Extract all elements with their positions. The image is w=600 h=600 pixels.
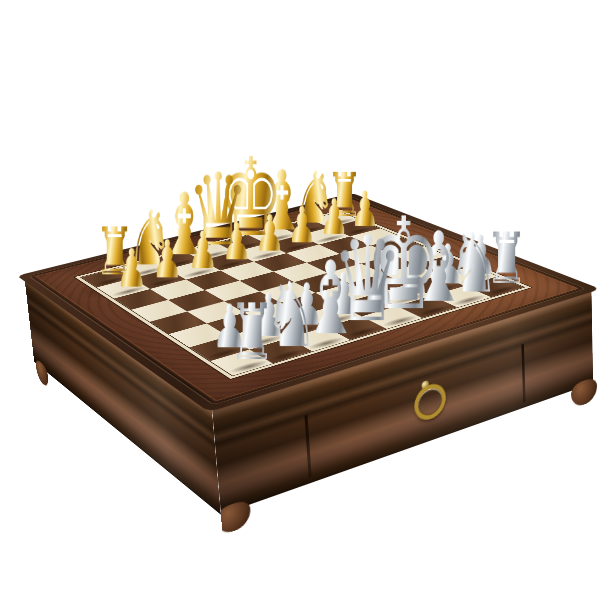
piece-gold-pawn-c2: ♟ bbox=[187, 227, 218, 275]
piece-silver-rook-a8: ♜ bbox=[229, 298, 276, 369]
bun-foot-left bbox=[35, 358, 49, 390]
bun-foot-right bbox=[571, 376, 597, 409]
chess-case: ♜♞♝♛♚♝♞♜♟♟♟♟♟♟♟♟♟♟♟♟♟♟♟♟♜♞♝♛♚♝♞♜ bbox=[17, 193, 600, 412]
drawer-seam-left bbox=[304, 414, 311, 478]
piece-gold-pawn-b2: ♟ bbox=[152, 236, 184, 284]
square-a5 bbox=[150, 311, 207, 334]
bun-foot-front bbox=[215, 498, 251, 537]
square-a4 bbox=[131, 300, 187, 322]
piece-gold-pawn-d2: ♟ bbox=[221, 219, 252, 266]
drawer-ring-pull-icon bbox=[414, 380, 447, 424]
product-photo-scene: ♜♞♝♛♚♝♞♜♟♟♟♟♟♟♟♟♟♟♟♟♟♟♟♟♜♞♝♛♚♝♞♜ bbox=[0, 0, 600, 600]
drawer-seam-right bbox=[522, 343, 526, 403]
piece-gold-pawn-e2: ♟ bbox=[254, 211, 285, 257]
piece-gold-pawn-a2: ♟ bbox=[116, 245, 148, 294]
